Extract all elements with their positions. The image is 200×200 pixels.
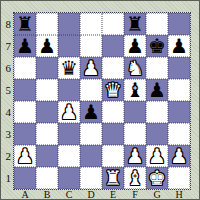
chess-board[interactable]: ♜♜♟♟♟♚♟♛♟♞♛♝♟♟♟♟♟♟♟♜♝♚ xyxy=(14,13,190,189)
square-e4[interactable] xyxy=(102,101,124,123)
square-a2[interactable]: ♟ xyxy=(14,145,36,167)
square-c3[interactable] xyxy=(58,123,80,145)
file-labels: ABCDEFGH xyxy=(14,189,190,200)
square-g7[interactable]: ♚ xyxy=(146,35,168,57)
square-b5[interactable] xyxy=(36,79,58,101)
piece-white-pawn[interactable]: ♟ xyxy=(82,58,100,79)
rank-labels: 87654321 xyxy=(1,13,13,189)
rank-label-8: 8 xyxy=(1,13,13,35)
piece-black-pawn[interactable]: ♟ xyxy=(170,36,188,57)
square-b2[interactable] xyxy=(36,145,58,167)
square-g3[interactable] xyxy=(146,123,168,145)
square-b6[interactable] xyxy=(36,57,58,79)
piece-black-pawn[interactable]: ♟ xyxy=(126,36,144,57)
rank-label-5: 5 xyxy=(1,79,13,101)
square-d3[interactable] xyxy=(80,123,102,145)
file-label-A: A xyxy=(14,189,36,200)
square-a8[interactable]: ♜ xyxy=(14,13,36,35)
file-label-G: G xyxy=(146,189,168,200)
square-e1[interactable]: ♜ xyxy=(102,167,124,189)
square-e7[interactable] xyxy=(102,35,124,57)
square-e6[interactable] xyxy=(102,57,124,79)
rank-label-3: 3 xyxy=(1,123,13,145)
piece-white-rook[interactable]: ♜ xyxy=(104,168,122,189)
square-e2[interactable] xyxy=(102,145,124,167)
square-c5[interactable] xyxy=(58,79,80,101)
square-g8[interactable] xyxy=(146,13,168,35)
square-b8[interactable] xyxy=(36,13,58,35)
piece-black-pawn[interactable]: ♟ xyxy=(38,36,56,57)
square-a4[interactable] xyxy=(14,101,36,123)
piece-black-bishop[interactable]: ♝ xyxy=(126,80,144,101)
piece-black-pawn[interactable]: ♟ xyxy=(82,102,100,123)
square-b3[interactable] xyxy=(36,123,58,145)
file-label-E: E xyxy=(102,189,124,200)
rank-label-7: 7 xyxy=(1,35,13,57)
piece-white-pawn[interactable]: ♟ xyxy=(170,146,188,167)
square-h8[interactable] xyxy=(168,13,190,35)
piece-white-pawn[interactable]: ♟ xyxy=(16,146,34,167)
piece-white-pawn[interactable]: ♟ xyxy=(126,146,144,167)
file-label-C: C xyxy=(58,189,80,200)
square-e5[interactable]: ♛ xyxy=(102,79,124,101)
file-label-H: H xyxy=(168,189,190,200)
square-h7[interactable]: ♟ xyxy=(168,35,190,57)
piece-black-queen[interactable]: ♛ xyxy=(60,58,78,79)
square-g1[interactable]: ♚ xyxy=(146,167,168,189)
file-label-B: B xyxy=(36,189,58,200)
square-c7[interactable] xyxy=(58,35,80,57)
rank-label-4: 4 xyxy=(1,101,13,123)
square-h4[interactable] xyxy=(168,101,190,123)
square-c8[interactable] xyxy=(58,13,80,35)
file-label-D: D xyxy=(80,189,102,200)
square-h1[interactable] xyxy=(168,167,190,189)
square-b1[interactable] xyxy=(36,167,58,189)
square-h6[interactable] xyxy=(168,57,190,79)
piece-black-pawn[interactable]: ♟ xyxy=(16,36,34,57)
rank-label-6: 6 xyxy=(1,57,13,79)
square-g2[interactable]: ♟ xyxy=(146,145,168,167)
piece-white-pawn[interactable]: ♟ xyxy=(148,146,166,167)
piece-black-pawn[interactable]: ♟ xyxy=(148,80,166,101)
square-b4[interactable] xyxy=(36,101,58,123)
piece-black-king[interactable]: ♚ xyxy=(148,36,166,57)
square-e8[interactable] xyxy=(102,13,124,35)
square-f8[interactable]: ♜ xyxy=(124,13,146,35)
chess-board-frame: 87654321 ♜♜♟♟♟♚♟♛♟♞♛♝♟♟♟♟♟♟♟♜♝♚ ABCDEFGH xyxy=(0,0,200,200)
square-f3[interactable] xyxy=(124,123,146,145)
piece-white-knight[interactable]: ♞ xyxy=(126,58,144,79)
square-e3[interactable] xyxy=(102,123,124,145)
square-f2[interactable]: ♟ xyxy=(124,145,146,167)
piece-white-pawn[interactable]: ♟ xyxy=(60,102,78,123)
square-f4[interactable] xyxy=(124,101,146,123)
square-c1[interactable] xyxy=(58,167,80,189)
square-d7[interactable] xyxy=(80,35,102,57)
square-c2[interactable] xyxy=(58,145,80,167)
square-a3[interactable] xyxy=(14,123,36,145)
piece-black-rook[interactable]: ♜ xyxy=(126,14,144,35)
square-h2[interactable]: ♟ xyxy=(168,145,190,167)
rank-label-2: 2 xyxy=(1,145,13,167)
piece-white-bishop[interactable]: ♝ xyxy=(126,168,144,189)
square-h3[interactable] xyxy=(168,123,190,145)
square-f6[interactable]: ♞ xyxy=(124,57,146,79)
file-label-F: F xyxy=(124,189,146,200)
square-d8[interactable] xyxy=(80,13,102,35)
square-d1[interactable] xyxy=(80,167,102,189)
square-f5[interactable]: ♝ xyxy=(124,79,146,101)
square-h5[interactable] xyxy=(168,79,190,101)
piece-black-rook[interactable]: ♜ xyxy=(16,14,34,35)
square-d2[interactable] xyxy=(80,145,102,167)
rank-label-1: 1 xyxy=(1,167,13,189)
square-g4[interactable] xyxy=(146,101,168,123)
piece-white-king[interactable]: ♚ xyxy=(148,168,166,189)
square-d5[interactable] xyxy=(80,79,102,101)
square-c6[interactable]: ♛ xyxy=(58,57,80,79)
square-a1[interactable] xyxy=(14,167,36,189)
square-g5[interactable]: ♟ xyxy=(146,79,168,101)
square-b7[interactable]: ♟ xyxy=(36,35,58,57)
square-f1[interactable]: ♝ xyxy=(124,167,146,189)
square-g6[interactable] xyxy=(146,57,168,79)
square-a7[interactable]: ♟ xyxy=(14,35,36,57)
square-f7[interactable]: ♟ xyxy=(124,35,146,57)
square-d6[interactable]: ♟ xyxy=(80,57,102,79)
square-d4[interactable]: ♟ xyxy=(80,101,102,123)
square-a6[interactable] xyxy=(14,57,36,79)
piece-white-queen[interactable]: ♛ xyxy=(104,80,122,101)
square-c4[interactable]: ♟ xyxy=(58,101,80,123)
square-a5[interactable] xyxy=(14,79,36,101)
